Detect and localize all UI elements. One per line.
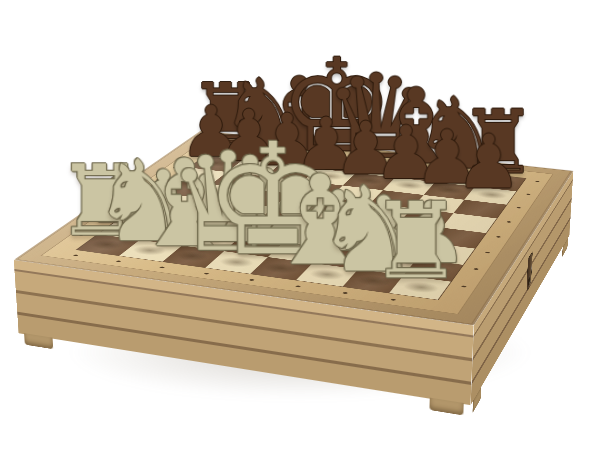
case-foot-near-right — [472, 387, 481, 414]
scene: ♜♞♝♚♛♝♞♜♟♟♟♟♟♟♟♟♟♟♟♟♟♟♟♟♜♞♝♛♚♝♞♜ — [0, 0, 600, 450]
chess-case: ♜♞♝♚♛♝♞♜♟♟♟♟♟♟♟♟♟♟♟♟♟♟♟♟♜♞♝♛♚♝♞♜ — [14, 130, 574, 325]
case-foot-near — [429, 398, 463, 416]
case-foot-far-right — [562, 238, 568, 258]
case-foot-left — [24, 333, 53, 349]
product-photo-stage: ♜♞♝♚♛♝♞♜♟♟♟♟♟♟♟♟♟♟♟♟♟♟♟♟♜♞♝♛♚♝♞♜ — [0, 0, 600, 450]
case-latch-icon — [527, 252, 533, 292]
white-rook-h1[interactable]: ♜ — [325, 189, 508, 294]
